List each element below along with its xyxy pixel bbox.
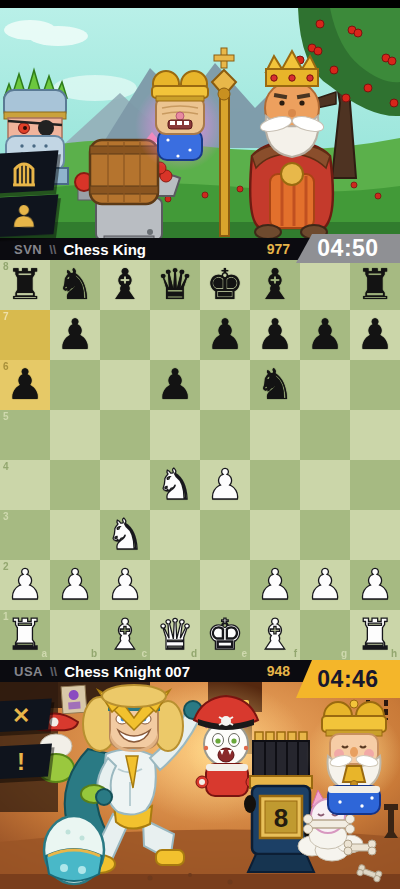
chess-game-screen: 8 xyxy=(0,0,400,889)
top-black-strip xyxy=(0,0,400,8)
piece-white-bishop[interactable]: ♝ xyxy=(100,610,150,660)
square-g1[interactable]: g xyxy=(300,610,350,660)
piece-white-rook[interactable]: ♜ xyxy=(0,610,50,660)
square-f4[interactable] xyxy=(250,460,300,510)
player-scene: 8 xyxy=(0,682,400,889)
square-d2[interactable] xyxy=(150,560,200,610)
square-h1[interactable]: h♜ xyxy=(350,610,400,660)
square-a3[interactable]: 3 xyxy=(0,510,50,560)
square-f6[interactable]: ♞ xyxy=(250,360,300,410)
piece-white-pawn[interactable]: ♟ xyxy=(250,560,300,610)
piece-white-pawn[interactable]: ♟ xyxy=(350,560,400,610)
square-h7[interactable]: ♟ xyxy=(350,310,400,360)
square-g8[interactable] xyxy=(300,260,350,310)
rank-label: 4 xyxy=(3,462,9,472)
square-h8[interactable]: ♜ xyxy=(350,260,400,310)
square-f7[interactable]: ♟ xyxy=(250,310,300,360)
square-e1[interactable]: e♚ xyxy=(200,610,250,660)
piece-black-bishop[interactable]: ♝ xyxy=(100,260,150,310)
piece-black-pawn[interactable]: ♟ xyxy=(300,310,350,360)
opponent-clock: 04:50 xyxy=(296,234,400,263)
piece-white-pawn[interactable]: ♟ xyxy=(200,460,250,510)
separator: \\ xyxy=(50,664,57,679)
square-c1[interactable]: c♝ xyxy=(100,610,150,660)
close-x-icon: ✕ xyxy=(12,703,30,729)
piece-black-pawn[interactable]: ♟ xyxy=(200,310,250,360)
piece-white-queen[interactable]: ♛ xyxy=(150,610,200,660)
square-d7[interactable] xyxy=(150,310,200,360)
square-d3[interactable] xyxy=(150,510,200,560)
square-d8[interactable]: ♛ xyxy=(150,260,200,310)
piece-black-knight[interactable]: ♞ xyxy=(50,260,100,310)
square-h3[interactable] xyxy=(350,510,400,560)
square-f5[interactable] xyxy=(250,410,300,460)
square-f3[interactable] xyxy=(250,510,300,560)
square-c3[interactable]: ♞ xyxy=(100,510,150,560)
piece-black-rook[interactable]: ♜ xyxy=(0,260,50,310)
piece-black-bishop[interactable]: ♝ xyxy=(250,260,300,310)
square-e8[interactable]: ♚ xyxy=(200,260,250,310)
separator: \\ xyxy=(49,242,56,257)
close-button[interactable]: ✕ xyxy=(0,698,52,732)
square-h2[interactable]: ♟ xyxy=(350,560,400,610)
square-g2[interactable]: ♟ xyxy=(300,560,350,610)
player-country-code: USA xyxy=(14,664,43,679)
square-b6[interactable] xyxy=(50,360,100,410)
piece-black-king[interactable]: ♚ xyxy=(200,260,250,310)
wanted-poster xyxy=(61,685,87,714)
square-c7[interactable] xyxy=(100,310,150,360)
square-c4[interactable] xyxy=(100,460,150,510)
square-e4[interactable]: ♟ xyxy=(200,460,250,510)
rank-label: 3 xyxy=(3,512,9,522)
piece-black-pawn[interactable]: ♟ xyxy=(0,360,50,410)
square-a6[interactable]: 6♟ xyxy=(0,360,50,410)
square-e3[interactable] xyxy=(200,510,250,560)
rank-label: 7 xyxy=(3,312,9,322)
piece-black-pawn[interactable]: ♟ xyxy=(150,360,200,410)
piece-black-queen[interactable]: ♛ xyxy=(150,260,200,310)
jail-bars-icon xyxy=(11,157,37,187)
piece-white-pawn[interactable]: ♟ xyxy=(50,560,100,610)
profile-button[interactable] xyxy=(0,194,58,237)
piece-white-rook[interactable]: ♜ xyxy=(350,610,400,660)
player-rating: 948 xyxy=(267,663,290,679)
piece-white-pawn[interactable]: ♟ xyxy=(100,560,150,610)
square-g7[interactable]: ♟ xyxy=(300,310,350,360)
square-b1[interactable]: b xyxy=(50,610,100,660)
piece-black-pawn[interactable]: ♟ xyxy=(50,310,100,360)
exclamation-icon: ! xyxy=(17,748,25,776)
square-g4[interactable] xyxy=(300,460,350,510)
square-c8[interactable]: ♝ xyxy=(100,260,150,310)
piece-black-pawn[interactable]: ♟ xyxy=(350,310,400,360)
square-d4[interactable]: ♞ xyxy=(150,460,200,510)
square-d1[interactable]: d♛ xyxy=(150,610,200,660)
square-b3[interactable] xyxy=(50,510,100,560)
square-c2[interactable]: ♟ xyxy=(100,560,150,610)
square-a8[interactable]: 8♜ xyxy=(0,260,50,310)
square-b5[interactable] xyxy=(50,410,100,460)
piece-white-knight[interactable]: ♞ xyxy=(150,460,200,510)
file-label: g xyxy=(341,649,347,659)
square-b8[interactable]: ♞ xyxy=(50,260,100,310)
square-b4[interactable] xyxy=(50,460,100,510)
square-h4[interactable] xyxy=(350,460,400,510)
square-e6[interactable] xyxy=(200,360,250,410)
square-f2[interactable]: ♟ xyxy=(250,560,300,610)
square-g6[interactable] xyxy=(300,360,350,410)
square-b7[interactable]: ♟ xyxy=(50,310,100,360)
square-a5[interactable]: 5 xyxy=(0,410,50,460)
square-g3[interactable] xyxy=(300,510,350,560)
square-f8[interactable]: ♝ xyxy=(250,260,300,310)
square-b2[interactable]: ♟ xyxy=(50,560,100,610)
piece-black-knight[interactable]: ♞ xyxy=(250,360,300,410)
opponent-name: Chess King xyxy=(63,241,146,258)
player-name: Chess Knight 007 xyxy=(64,663,190,680)
piece-black-pawn[interactable]: ♟ xyxy=(250,310,300,360)
opponent-scene xyxy=(0,8,400,240)
chess-board[interactable]: 8♜♞♝♛♚♝♜7♟♟♟♟♟6♟♟♞54♞♟3♞2♟♟♟♟♟♟1a♜bc♝d♛e… xyxy=(0,260,400,660)
square-c6[interactable] xyxy=(100,360,150,410)
square-h5[interactable] xyxy=(350,410,400,460)
square-a1[interactable]: 1a♜ xyxy=(0,610,50,660)
square-g5[interactable] xyxy=(300,410,350,460)
decorated-egg xyxy=(44,816,104,884)
piece-white-pawn[interactable]: ♟ xyxy=(300,560,350,610)
file-label: b xyxy=(91,649,97,659)
piece-white-king[interactable]: ♚ xyxy=(200,610,250,660)
opponent-country-code: SVN xyxy=(14,242,42,257)
piece-black-rook[interactable]: ♜ xyxy=(350,260,400,310)
square-c5[interactable] xyxy=(100,410,150,460)
alert-button[interactable]: ! xyxy=(0,743,52,779)
piece-white-pawn[interactable]: ♟ xyxy=(0,560,50,610)
jail-button[interactable] xyxy=(0,150,58,193)
square-a7[interactable]: 7 xyxy=(0,310,50,360)
square-e2[interactable] xyxy=(200,560,250,610)
piece-white-bishop[interactable]: ♝ xyxy=(250,610,300,660)
square-d6[interactable]: ♟ xyxy=(150,360,200,410)
square-f1[interactable]: f♝ xyxy=(250,610,300,660)
player-clock: 04:46 xyxy=(296,660,400,698)
square-e5[interactable] xyxy=(200,410,250,460)
square-a2[interactable]: 2♟ xyxy=(0,560,50,610)
square-e7[interactable]: ♟ xyxy=(200,310,250,360)
player-profile-icon xyxy=(12,203,36,229)
rocket-count: 8 xyxy=(274,803,288,833)
opponent-rating: 977 xyxy=(267,241,290,257)
square-h6[interactable] xyxy=(350,360,400,410)
piece-white-knight[interactable]: ♞ xyxy=(100,510,150,560)
rank-label: 5 xyxy=(3,412,9,422)
square-a4[interactable]: 4 xyxy=(0,460,50,510)
square-d5[interactable] xyxy=(150,410,200,460)
